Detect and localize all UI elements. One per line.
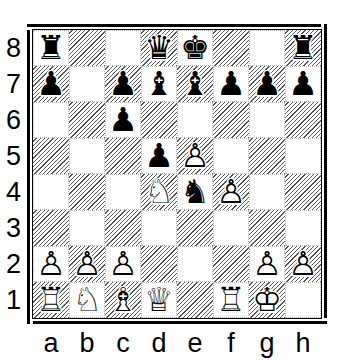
white-king-g1 xyxy=(249,282,285,318)
square-c7 xyxy=(105,66,141,102)
frame-corner-notch xyxy=(321,24,324,27)
square-b7 xyxy=(69,66,105,102)
square-g1 xyxy=(249,282,285,318)
square-f6 xyxy=(213,102,249,138)
white-queen-d1 xyxy=(141,282,177,318)
square-e4 xyxy=(177,174,213,210)
rank-label-3: 3 xyxy=(0,210,25,246)
black-bishop-e7 xyxy=(177,66,213,102)
square-c1 xyxy=(105,282,141,318)
square-b3 xyxy=(69,210,105,246)
white-knight-d4 xyxy=(141,174,177,210)
square-g2 xyxy=(249,246,285,282)
board-frame xyxy=(27,24,327,324)
square-d2 xyxy=(141,246,177,282)
file-label-e: e xyxy=(177,328,213,358)
rank-label-8: 8 xyxy=(0,30,25,66)
black-rook-a8 xyxy=(33,30,69,66)
square-e2 xyxy=(177,246,213,282)
rank-label-4: 4 xyxy=(0,174,25,210)
square-h3 xyxy=(285,210,321,246)
black-rook-h8 xyxy=(285,30,321,66)
frame-corner-notch xyxy=(324,318,327,321)
square-b4 xyxy=(69,174,105,210)
square-e5 xyxy=(177,138,213,174)
square-d3 xyxy=(141,210,177,246)
square-a2 xyxy=(33,246,69,282)
square-e7 xyxy=(177,66,213,102)
square-c5 xyxy=(105,138,141,174)
square-c6 xyxy=(105,102,141,138)
rank-labels: 87654321 xyxy=(0,30,25,318)
square-d1 xyxy=(141,282,177,318)
square-a8 xyxy=(33,30,69,66)
file-label-d: d xyxy=(141,328,177,358)
square-f8 xyxy=(213,30,249,66)
square-b2 xyxy=(69,246,105,282)
square-b6 xyxy=(69,102,105,138)
square-h6 xyxy=(285,102,321,138)
square-h7 xyxy=(285,66,321,102)
square-h5 xyxy=(285,138,321,174)
square-b5 xyxy=(69,138,105,174)
white-pawn-a2 xyxy=(33,246,69,282)
square-d5 xyxy=(141,138,177,174)
square-c3 xyxy=(105,210,141,246)
square-h1 xyxy=(285,282,321,318)
white-pawn-c2 xyxy=(105,246,141,282)
square-f1 xyxy=(213,282,249,318)
square-a6 xyxy=(33,102,69,138)
rank-label-1: 1 xyxy=(0,282,25,318)
square-g6 xyxy=(249,102,285,138)
white-rook-f1 xyxy=(213,282,249,318)
rank-label-6: 6 xyxy=(0,102,25,138)
square-c8 xyxy=(105,30,141,66)
frame-corner-notch xyxy=(30,321,33,324)
square-f7 xyxy=(213,66,249,102)
file-label-c: c xyxy=(105,328,141,358)
square-e6 xyxy=(177,102,213,138)
square-h4 xyxy=(285,174,321,210)
file-label-g: g xyxy=(249,328,285,358)
white-pawn-b2 xyxy=(69,246,105,282)
square-a4 xyxy=(33,174,69,210)
square-g5 xyxy=(249,138,285,174)
square-h8 xyxy=(285,30,321,66)
square-b1 xyxy=(69,282,105,318)
white-pawn-e5 xyxy=(177,138,213,174)
square-f4 xyxy=(213,174,249,210)
black-queen-d8 xyxy=(141,30,177,66)
file-label-a: a xyxy=(33,328,69,358)
square-a5 xyxy=(33,138,69,174)
file-labels: abcdefgh xyxy=(33,328,321,358)
rank-label-7: 7 xyxy=(0,66,25,102)
black-pawn-h7 xyxy=(285,66,321,102)
white-pawn-g2 xyxy=(249,246,285,282)
black-pawn-d5 xyxy=(141,138,177,174)
square-g4 xyxy=(249,174,285,210)
square-g7 xyxy=(249,66,285,102)
white-bishop-c1 xyxy=(105,282,141,318)
rank-label-5: 5 xyxy=(0,138,25,174)
square-h2 xyxy=(285,246,321,282)
rank-label-2: 2 xyxy=(0,246,25,282)
square-d4 xyxy=(141,174,177,210)
square-e8 xyxy=(177,30,213,66)
square-g8 xyxy=(249,30,285,66)
square-a3 xyxy=(33,210,69,246)
frame-corner-notch xyxy=(27,27,30,30)
square-f3 xyxy=(213,210,249,246)
white-knight-b1 xyxy=(69,282,105,318)
black-pawn-g7 xyxy=(249,66,285,102)
square-a7 xyxy=(33,66,69,102)
white-rook-a1 xyxy=(33,282,69,318)
black-pawn-c6 xyxy=(105,102,141,138)
black-pawn-a7 xyxy=(33,66,69,102)
square-c4 xyxy=(105,174,141,210)
black-knight-e4 xyxy=(177,174,213,210)
square-f5 xyxy=(213,138,249,174)
square-e3 xyxy=(177,210,213,246)
black-pawn-f7 xyxy=(213,66,249,102)
square-e1 xyxy=(177,282,213,318)
black-bishop-d7 xyxy=(141,66,177,102)
file-label-h: h xyxy=(285,328,321,358)
square-d6 xyxy=(141,102,177,138)
square-d7 xyxy=(141,66,177,102)
square-c2 xyxy=(105,246,141,282)
black-pawn-c7 xyxy=(105,66,141,102)
file-label-f: f xyxy=(213,328,249,358)
black-king-e8 xyxy=(177,30,213,66)
square-g3 xyxy=(249,210,285,246)
white-pawn-h2 xyxy=(285,246,321,282)
square-d8 xyxy=(141,30,177,66)
square-a1 xyxy=(33,282,69,318)
square-f2 xyxy=(213,246,249,282)
chess-board xyxy=(32,29,322,319)
white-pawn-f4 xyxy=(213,174,249,210)
chess-diagram: 87654321 abcdefgh xyxy=(0,0,360,360)
file-label-b: b xyxy=(69,328,105,358)
square-b8 xyxy=(69,30,105,66)
